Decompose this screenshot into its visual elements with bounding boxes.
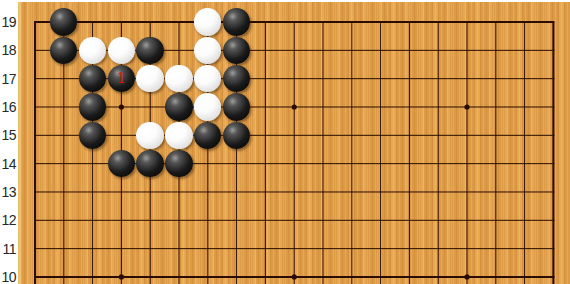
row-coordinate-label-11: 11 bbox=[0, 240, 16, 258]
stones-layer: 1 bbox=[21, 8, 568, 284]
row-coordinate-label-18: 18 bbox=[0, 41, 16, 59]
stone-black-E18[interactable] bbox=[136, 37, 163, 64]
stone-white-G17[interactable] bbox=[194, 65, 221, 92]
stone-black-H17[interactable] bbox=[223, 65, 250, 92]
stone-black-C17[interactable] bbox=[79, 65, 106, 92]
stone-white-G16[interactable] bbox=[194, 93, 221, 120]
stone-black-H18[interactable] bbox=[223, 37, 250, 64]
stone-black-H15[interactable] bbox=[223, 122, 250, 149]
row-coordinate-label-14: 14 bbox=[0, 155, 16, 173]
row-coordinate-label-12: 12 bbox=[0, 211, 16, 229]
stone-black-C15[interactable] bbox=[79, 122, 106, 149]
stone-black-B18[interactable] bbox=[50, 37, 77, 64]
stone-black-F14[interactable] bbox=[165, 150, 192, 177]
row-coordinate-label-15: 15 bbox=[0, 126, 16, 144]
row-coordinate-label-19: 19 bbox=[0, 13, 16, 31]
stone-white-G19[interactable] bbox=[194, 8, 221, 35]
row-coordinate-label-16: 16 bbox=[0, 98, 16, 116]
move-number-label: 1 bbox=[108, 65, 135, 92]
stone-black-G15[interactable] bbox=[194, 122, 221, 149]
stone-black-B19[interactable] bbox=[50, 8, 77, 35]
stone-black-D14[interactable] bbox=[108, 150, 135, 177]
stone-black-H19[interactable] bbox=[223, 8, 250, 35]
stone-white-F15[interactable] bbox=[165, 122, 192, 149]
go-board-viewer: 1 19181716151413121110 bbox=[0, 0, 570, 284]
stone-white-E15[interactable] bbox=[136, 122, 163, 149]
stone-black-F16[interactable] bbox=[165, 93, 192, 120]
row-coordinate-label-17: 17 bbox=[0, 70, 16, 88]
stone-black-H16[interactable] bbox=[223, 93, 250, 120]
row-coordinate-label-10: 10 bbox=[0, 268, 16, 284]
stone-white-C18[interactable] bbox=[79, 37, 106, 64]
stone-white-G18[interactable] bbox=[194, 37, 221, 64]
stone-white-F17[interactable] bbox=[165, 65, 192, 92]
stone-black-E14[interactable] bbox=[136, 150, 163, 177]
stone-white-E17[interactable] bbox=[136, 65, 163, 92]
row-coordinate-label-13: 13 bbox=[0, 183, 16, 201]
stone-black-C16[interactable] bbox=[79, 93, 106, 120]
stone-black-D17[interactable]: 1 bbox=[108, 65, 135, 92]
stone-white-D18[interactable] bbox=[108, 37, 135, 64]
